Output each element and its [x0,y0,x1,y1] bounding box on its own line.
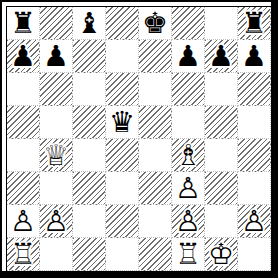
square-c6[interactable] [73,73,106,106]
square-a2[interactable]: ♟♙ [7,205,40,238]
square-h5[interactable] [238,106,271,139]
piece-glyph: ♖ [7,238,39,270]
square-f2[interactable]: ♟♙ [172,205,205,238]
square-b7[interactable]: ♟♟ [40,40,73,73]
white-queen-piece: ♛♕ [40,139,72,171]
white-pawn-piece: ♟♙ [172,172,204,204]
square-f7[interactable]: ♟♟ [172,40,205,73]
square-b1[interactable] [40,238,73,271]
square-c3[interactable] [73,172,106,205]
square-e8[interactable]: ♚♚ [139,7,172,40]
square-g1[interactable]: ♚♔ [205,238,238,271]
black-pawn-piece: ♟♟ [7,40,39,72]
black-pawn-piece: ♟♟ [205,40,237,72]
square-c4[interactable] [73,139,106,172]
square-e3[interactable] [139,172,172,205]
piece-glyph: ♙ [172,172,204,204]
square-d8[interactable] [106,7,139,40]
square-a4[interactable] [7,139,40,172]
square-g3[interactable] [205,172,238,205]
square-h2[interactable]: ♟♙ [238,205,271,238]
black-rook-piece: ♜♜ [238,7,270,39]
square-d6[interactable] [106,73,139,106]
square-e5[interactable] [139,106,172,139]
piece-glyph: ♜ [238,7,270,39]
square-h1[interactable] [238,238,271,271]
square-g4[interactable] [205,139,238,172]
piece-glyph: ♙ [172,205,204,237]
white-pawn-piece: ♟♙ [238,205,270,237]
white-rook-piece: ♜♖ [172,238,204,270]
square-g7[interactable]: ♟♟ [205,40,238,73]
piece-glyph: ♗ [172,139,204,171]
white-pawn-piece: ♟♙ [172,205,204,237]
piece-glyph: ♟ [172,40,204,72]
piece-glyph: ♟ [238,40,270,72]
square-b6[interactable] [40,73,73,106]
piece-glyph: ♙ [238,205,270,237]
square-g5[interactable] [205,106,238,139]
piece-glyph: ♙ [40,205,72,237]
square-c1[interactable] [73,238,106,271]
piece-glyph: ♖ [172,238,204,270]
square-f3[interactable]: ♟♙ [172,172,205,205]
square-f4[interactable]: ♝♗ [172,139,205,172]
black-pawn-piece: ♟♟ [172,40,204,72]
square-a5[interactable] [7,106,40,139]
chess-board-diagram: ♜♜♝♝♚♚♜♜♟♟♟♟♟♟♟♟♟♟♛♛♛♕♝♗♟♙♟♙♟♙♟♙♟♙♜♖♜♖♚♔ [0,0,280,280]
square-c7[interactable] [73,40,106,73]
square-h4[interactable] [238,139,271,172]
square-e4[interactable] [139,139,172,172]
square-e1[interactable] [139,238,172,271]
square-e7[interactable] [139,40,172,73]
white-pawn-piece: ♟♙ [40,205,72,237]
white-pawn-piece: ♟♙ [7,205,39,237]
piece-glyph: ♕ [40,139,72,171]
square-b3[interactable] [40,172,73,205]
piece-glyph: ♔ [205,238,237,270]
piece-glyph: ♟ [40,40,72,72]
square-a6[interactable] [7,73,40,106]
square-c2[interactable] [73,205,106,238]
piece-glyph: ♛ [106,106,138,138]
square-c8[interactable]: ♝♝ [73,7,106,40]
square-c5[interactable] [73,106,106,139]
square-b5[interactable] [40,106,73,139]
square-g2[interactable] [205,205,238,238]
square-a7[interactable]: ♟♟ [7,40,40,73]
square-e2[interactable] [139,205,172,238]
chess-board: ♜♜♝♝♚♚♜♜♟♟♟♟♟♟♟♟♟♟♛♛♛♕♝♗♟♙♟♙♟♙♟♙♟♙♜♖♜♖♚♔ [6,6,271,271]
white-king-piece: ♚♔ [205,238,237,270]
piece-glyph: ♟ [205,40,237,72]
square-h3[interactable] [238,172,271,205]
square-b2[interactable]: ♟♙ [40,205,73,238]
black-rook-piece: ♜♜ [7,7,39,39]
square-d7[interactable] [106,40,139,73]
piece-glyph: ♟ [7,40,39,72]
piece-glyph: ♚ [139,7,171,39]
square-f8[interactable] [172,7,205,40]
square-a1[interactable]: ♜♖ [7,238,40,271]
black-king-piece: ♚♚ [139,7,171,39]
square-d1[interactable] [106,238,139,271]
square-g8[interactable] [205,7,238,40]
square-d4[interactable] [106,139,139,172]
square-f1[interactable]: ♜♖ [172,238,205,271]
square-h7[interactable]: ♟♟ [238,40,271,73]
black-pawn-piece: ♟♟ [238,40,270,72]
piece-glyph: ♜ [7,7,39,39]
square-h8[interactable]: ♜♜ [238,7,271,40]
white-rook-piece: ♜♖ [7,238,39,270]
square-a8[interactable]: ♜♜ [7,7,40,40]
square-d5[interactable]: ♛♛ [106,106,139,139]
piece-glyph: ♙ [7,205,39,237]
black-queen-piece: ♛♛ [106,106,138,138]
black-bishop-piece: ♝♝ [73,7,105,39]
square-g6[interactable] [205,73,238,106]
square-b4[interactable]: ♛♕ [40,139,73,172]
square-a3[interactable] [7,172,40,205]
white-bishop-piece: ♝♗ [172,139,204,171]
piece-glyph: ♝ [73,7,105,39]
square-d3[interactable] [106,172,139,205]
black-pawn-piece: ♟♟ [40,40,72,72]
square-b8[interactable] [40,7,73,40]
square-d2[interactable] [106,205,139,238]
square-f6[interactable] [172,73,205,106]
square-e6[interactable] [139,73,172,106]
square-h6[interactable] [238,73,271,106]
square-f5[interactable] [172,106,205,139]
